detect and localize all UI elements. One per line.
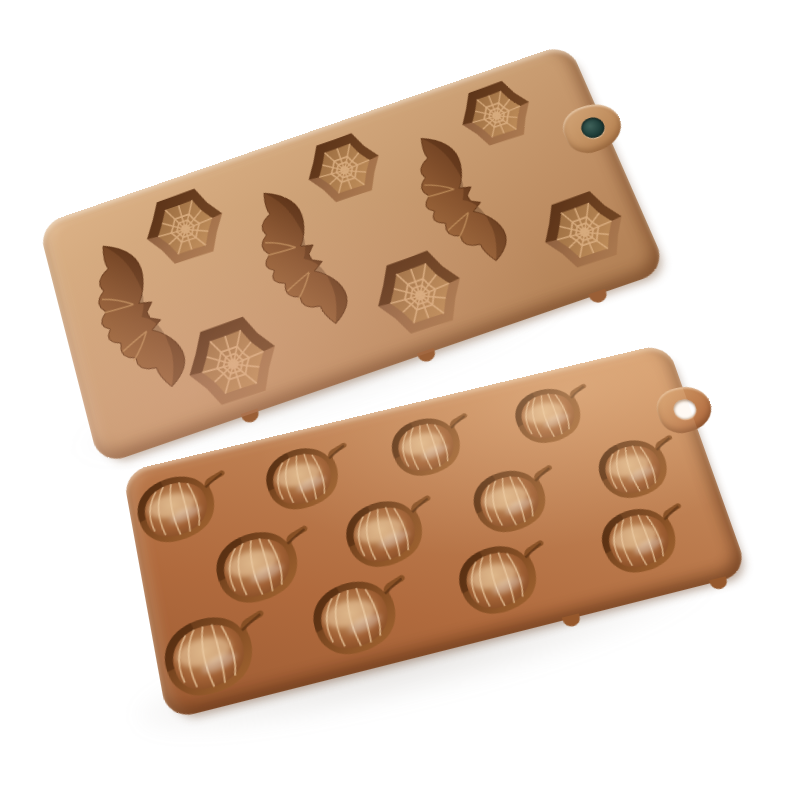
hanging-hole <box>578 115 608 141</box>
hanging-tab <box>556 97 629 159</box>
hanging-hole <box>670 397 698 421</box>
product-photo-canvas: { "scene": { "type": "product-photo", "b… <box>0 0 800 800</box>
mold-foot <box>709 576 729 591</box>
mold-foot <box>588 289 609 305</box>
pumpkin-cavity <box>437 525 563 634</box>
spider-web-cavity <box>526 177 642 284</box>
